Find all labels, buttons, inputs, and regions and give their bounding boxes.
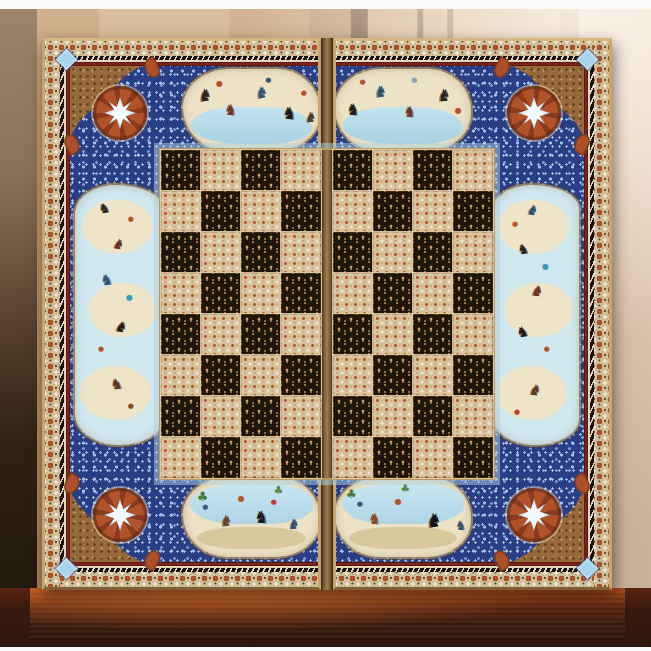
paisley-icon bbox=[61, 132, 83, 156]
square-g7[interactable] bbox=[413, 191, 453, 232]
dark-wood-table bbox=[0, 588, 651, 647]
square-e2[interactable] bbox=[333, 396, 373, 437]
square-c3[interactable] bbox=[241, 355, 281, 396]
square-c2[interactable] bbox=[241, 396, 281, 437]
square-f6[interactable] bbox=[373, 232, 413, 273]
paisley-icon bbox=[141, 548, 163, 572]
rider-icon: ● bbox=[216, 80, 223, 88]
square-h7[interactable] bbox=[453, 191, 493, 232]
rider-icon: ● bbox=[357, 501, 363, 508]
horse-icon: ♞ bbox=[372, 83, 389, 101]
tree-icon: ♣ bbox=[400, 483, 410, 494]
square-e6[interactable] bbox=[333, 232, 373, 273]
rider-icon: ● bbox=[512, 221, 518, 228]
square-f2[interactable] bbox=[373, 396, 413, 437]
paisley-icon bbox=[571, 132, 593, 156]
square-e7[interactable] bbox=[333, 191, 373, 232]
blue-diamond-icon bbox=[56, 49, 77, 70]
horse-icon: ♞ bbox=[99, 273, 114, 289]
square-a3[interactable] bbox=[161, 355, 201, 396]
paisley-icon bbox=[61, 472, 83, 496]
rider-icon: ● bbox=[395, 498, 402, 506]
horse-icon: ♞ bbox=[223, 103, 238, 119]
rider-icon: ● bbox=[202, 504, 208, 511]
horse-icon: ♞ bbox=[345, 101, 361, 118]
square-b1[interactable] bbox=[201, 437, 241, 478]
square-e3[interactable] bbox=[333, 355, 373, 396]
rider-icon: ● bbox=[514, 409, 520, 416]
square-a5[interactable] bbox=[161, 273, 201, 314]
rosette-medallion-icon bbox=[507, 86, 561, 140]
horse-icon: ♞ bbox=[281, 104, 298, 123]
blue-diamond-icon bbox=[56, 558, 77, 579]
blue-diamond-icon bbox=[577, 558, 598, 579]
square-g5[interactable] bbox=[413, 273, 453, 314]
rider-icon: ● bbox=[98, 346, 104, 353]
horse-icon: ♞ bbox=[196, 86, 213, 105]
square-d7[interactable] bbox=[281, 191, 321, 232]
square-g1[interactable] bbox=[413, 437, 453, 478]
rider-icon: ● bbox=[271, 499, 277, 506]
horse-icon: ♞ bbox=[435, 86, 452, 105]
square-b5[interactable] bbox=[201, 273, 241, 314]
horse-icon: ♞ bbox=[367, 512, 382, 528]
square-e5[interactable] bbox=[333, 273, 373, 314]
horse-icon: ♞ bbox=[516, 241, 530, 257]
cartouche-right: ♞●♞●♞♞●♞● bbox=[491, 185, 579, 445]
square-g2[interactable] bbox=[413, 396, 453, 437]
square-c8[interactable] bbox=[241, 150, 281, 191]
square-e8[interactable] bbox=[333, 150, 373, 191]
square-d3[interactable] bbox=[281, 355, 321, 396]
paisley-icon bbox=[491, 56, 513, 80]
horse-icon: ♞ bbox=[514, 324, 530, 341]
rider-icon: ● bbox=[544, 346, 550, 353]
paisley-icon bbox=[571, 472, 593, 496]
square-f7[interactable] bbox=[373, 191, 413, 232]
square-d5[interactable] bbox=[281, 273, 321, 314]
square-h8[interactable] bbox=[453, 150, 493, 191]
square-h1[interactable] bbox=[453, 437, 493, 478]
horse-icon: ♞ bbox=[254, 508, 271, 526]
cartouche-bottom-right: ♣♣♞♞♞●● bbox=[335, 477, 471, 557]
rider-icon: ● bbox=[455, 107, 462, 115]
paisley-icon bbox=[491, 548, 513, 572]
square-g3[interactable] bbox=[413, 355, 453, 396]
horse-icon: ♞ bbox=[424, 509, 444, 530]
horse-icon: ♞ bbox=[253, 84, 270, 103]
square-f3[interactable] bbox=[373, 355, 413, 396]
square-d1[interactable] bbox=[281, 437, 321, 478]
horse-icon: ♞ bbox=[287, 517, 301, 532]
square-d2[interactable] bbox=[281, 396, 321, 437]
rider-icon: ● bbox=[301, 90, 307, 97]
square-b7[interactable] bbox=[201, 191, 241, 232]
rider-icon: ● bbox=[238, 495, 245, 503]
square-g8[interactable] bbox=[413, 150, 453, 191]
khatam-game-board-box: ♞♞♞♞♞●●● ♞●♞♞●♞●♞● ♣♣♞♞♞●●● bbox=[42, 38, 612, 590]
square-a2[interactable] bbox=[161, 396, 201, 437]
horse-icon: ♞ bbox=[529, 283, 544, 299]
square-b3[interactable] bbox=[201, 355, 241, 396]
horse-icon: ♞ bbox=[303, 109, 317, 124]
horse-icon: ♞ bbox=[527, 382, 542, 399]
square-c4[interactable] bbox=[241, 314, 281, 355]
horse-icon: ♞ bbox=[218, 513, 233, 529]
horse-icon: ♞ bbox=[111, 236, 125, 252]
cartouche-bottom-left: ♣♣♞♞♞●●● bbox=[183, 477, 320, 557]
chessboard bbox=[161, 150, 493, 478]
square-c7[interactable] bbox=[241, 191, 281, 232]
board-reflection bbox=[30, 588, 625, 640]
square-a7[interactable] bbox=[161, 191, 201, 232]
cartouche-left: ♞●♞♞●♞●♞● bbox=[75, 185, 163, 445]
photo-scene: ♞♞♞♞♞●●● ♞●♞♞●♞●♞● ♣♣♞♞♞●●● bbox=[0, 0, 651, 651]
rider-icon: ● bbox=[128, 403, 134, 410]
square-h4[interactable] bbox=[453, 314, 493, 355]
square-b2[interactable] bbox=[201, 396, 241, 437]
rider-icon: ● bbox=[542, 263, 549, 271]
tree-icon: ♣ bbox=[197, 490, 209, 503]
square-f8[interactable] bbox=[373, 150, 413, 191]
tree-icon: ♣ bbox=[346, 488, 357, 500]
hinge-seam-center bbox=[321, 150, 333, 478]
square-d4[interactable] bbox=[281, 314, 321, 355]
horse-icon: ♞ bbox=[402, 104, 417, 121]
square-b8[interactable] bbox=[201, 150, 241, 191]
horse-icon: ♞ bbox=[113, 319, 129, 336]
square-b4[interactable] bbox=[201, 314, 241, 355]
square-c1[interactable] bbox=[241, 437, 281, 478]
rider-icon: ● bbox=[128, 216, 134, 223]
square-e4[interactable] bbox=[333, 314, 373, 355]
square-c5[interactable] bbox=[241, 273, 281, 314]
square-g4[interactable] bbox=[413, 314, 453, 355]
square-e1[interactable] bbox=[333, 437, 373, 478]
square-h6[interactable] bbox=[453, 232, 493, 273]
square-h3[interactable] bbox=[453, 355, 493, 396]
horse-icon: ♞ bbox=[109, 377, 124, 394]
rider-icon: ● bbox=[359, 79, 365, 86]
square-a4[interactable] bbox=[161, 314, 201, 355]
square-f4[interactable] bbox=[373, 314, 413, 355]
left-dark-furniture bbox=[0, 9, 37, 589]
square-a1[interactable] bbox=[161, 437, 201, 478]
horse-icon: ♞ bbox=[525, 202, 539, 218]
rider-icon: ● bbox=[265, 77, 271, 84]
square-h2[interactable] bbox=[453, 396, 493, 437]
tree-icon: ♣ bbox=[273, 485, 283, 496]
rosette-medallion-icon bbox=[507, 488, 561, 542]
blue-diamond-icon bbox=[577, 49, 598, 70]
square-b6[interactable] bbox=[201, 232, 241, 273]
paisley-icon bbox=[141, 56, 163, 80]
square-a6[interactable] bbox=[161, 232, 201, 273]
rosette-medallion-icon bbox=[93, 86, 147, 140]
square-f5[interactable] bbox=[373, 273, 413, 314]
rosette-medallion-icon bbox=[93, 488, 147, 542]
square-d6[interactable] bbox=[281, 232, 321, 273]
square-d8[interactable] bbox=[281, 150, 321, 191]
square-g6[interactable] bbox=[413, 232, 453, 273]
cartouche-top-right: ♞♞♞♞●●● bbox=[335, 69, 471, 151]
rider-icon: ● bbox=[411, 77, 417, 84]
cartouche-top-left: ♞♞♞♞♞●●● bbox=[183, 69, 320, 151]
square-c6[interactable] bbox=[241, 232, 281, 273]
horse-icon: ♞ bbox=[97, 200, 112, 216]
square-a8[interactable] bbox=[161, 150, 201, 191]
rider-icon: ● bbox=[126, 294, 133, 302]
square-h5[interactable] bbox=[453, 273, 493, 314]
square-f1[interactable] bbox=[373, 437, 413, 478]
horse-icon: ♞ bbox=[454, 518, 467, 532]
